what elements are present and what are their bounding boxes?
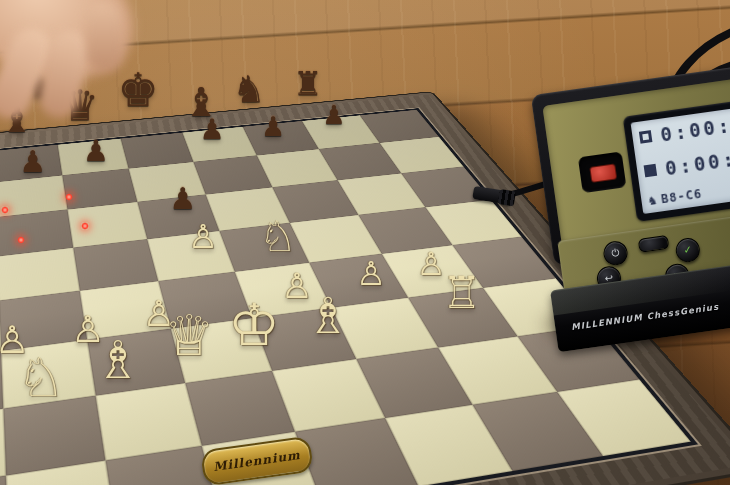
white-turn-indicator-icon <box>639 130 653 144</box>
lcd-screen: 0:00: 0:00: ♞ B8-C6 0 <box>631 97 730 214</box>
white-time: 0:00: <box>659 114 730 146</box>
ok-button[interactable]: ✓ <box>674 237 701 264</box>
screenshot-root: { "game": "chess", "scene": "Photo of a … <box>0 0 730 485</box>
new-button[interactable] <box>638 235 670 253</box>
move-led <box>1 206 9 214</box>
move-led <box>81 222 89 230</box>
red-power-switch[interactable] <box>589 163 617 182</box>
piece-e1[interactable]: ♔ <box>228 296 280 354</box>
black-time: 0:00: <box>664 147 730 179</box>
piece-g7[interactable]: ♟ <box>261 113 285 140</box>
piece-in-hand[interactable]: ♞ <box>23 65 57 103</box>
piece-e5[interactable]: ♟ <box>170 184 197 214</box>
move-text: B8-C6 <box>660 186 703 206</box>
brand-text: MILLENNIUM ChessGenius <box>571 301 720 332</box>
piece-h2[interactable]: ♙ <box>417 248 446 280</box>
power-button[interactable]: ⏻ <box>602 240 629 267</box>
piece-b1[interactable]: ♘ <box>17 351 65 405</box>
knight-move-icon: ♞ <box>647 192 658 208</box>
lcd-bezel: 0:00: 0:00: ♞ B8-C6 0 <box>623 89 730 222</box>
piece-d7[interactable]: ♟ <box>83 137 109 166</box>
piece-f3[interactable]: ♘ <box>259 216 297 258</box>
piece-e8[interactable]: ♚ <box>117 67 158 113</box>
piece-g8[interactable]: ♞ <box>232 71 265 108</box>
white-clock-row: 0:00: <box>638 103 730 149</box>
piece-g2[interactable]: ♙ <box>356 257 386 290</box>
piece-c8[interactable]: ♝ <box>1 102 33 138</box>
piece-d8[interactable]: ♛ <box>61 85 99 127</box>
move-led <box>17 236 25 244</box>
piece-h8[interactable]: ♜ <box>293 67 323 100</box>
piece-f7[interactable]: ♟ <box>199 116 224 144</box>
piece-h1[interactable]: ♖ <box>442 271 481 315</box>
power-switch-recess <box>578 151 627 193</box>
piece-c7[interactable]: ♟ <box>20 147 47 177</box>
piece-h7[interactable]: ♟ <box>322 102 345 128</box>
plate-text: Millennium <box>212 448 301 474</box>
piece-e4[interactable]: ♙ <box>188 220 218 253</box>
black-turn-indicator-icon <box>644 163 658 177</box>
move-led <box>65 193 73 201</box>
piece-f1[interactable]: ♗ <box>306 291 351 341</box>
chess-clock-unit: 0:00: 0:00: ♞ B8-C6 0 ⏻✓↩↪✕▦ <box>531 55 730 361</box>
piece-d1[interactable]: ♕ <box>164 308 214 364</box>
piece-c1[interactable]: ♗ <box>95 334 142 386</box>
